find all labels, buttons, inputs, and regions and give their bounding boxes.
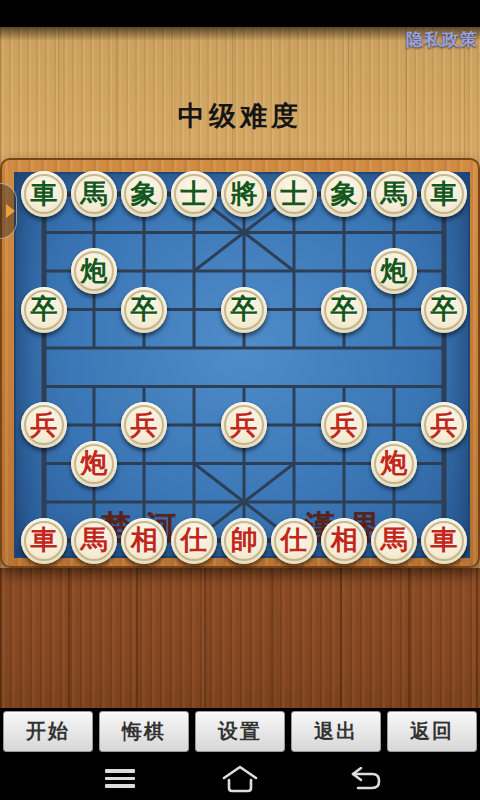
piece-red-車[interactable]: 車 [21,518,67,564]
piece-glyph: 車 [31,526,58,553]
home-icon[interactable] [214,757,266,800]
piece-glyph: 卒 [431,295,458,322]
piece-red-仕[interactable]: 仕 [271,518,317,564]
piece-red-帥[interactable]: 帥 [221,518,267,564]
page-title: 中级难度 [0,96,480,136]
piece-red-仕[interactable]: 仕 [171,518,217,564]
piece-red-相[interactable]: 相 [321,518,367,564]
piece-glyph: 馬 [381,526,408,553]
piece-glyph: 兵 [431,411,458,438]
piece-glyph: 車 [31,180,58,207]
piece-red-兵[interactable]: 兵 [121,402,167,448]
piece-red-相[interactable]: 相 [121,518,167,564]
piece-black-炮[interactable]: 炮 [71,248,117,294]
piece-glyph: 士 [281,180,308,207]
piece-glyph: 兵 [231,411,258,438]
piece-black-象[interactable]: 象 [121,171,167,217]
piece-glyph: 馬 [381,180,408,207]
piece-red-炮[interactable]: 炮 [71,441,117,487]
piece-red-兵[interactable]: 兵 [321,402,367,448]
piece-black-馬[interactable]: 馬 [371,171,417,217]
piece-black-士[interactable]: 士 [171,171,217,217]
piece-glyph: 馬 [81,180,108,207]
piece-black-車[interactable]: 車 [21,171,67,217]
piece-glyph: 炮 [81,257,108,284]
piece-glyph: 士 [181,180,208,207]
piece-glyph: 帥 [231,526,258,553]
piece-black-卒[interactable]: 卒 [21,287,67,333]
piece-red-車[interactable]: 車 [421,518,467,564]
arrow-right-icon [6,204,15,218]
piece-black-卒[interactable]: 卒 [321,287,367,333]
xiangqi-board-frame: 楚河 漢界 車馬象士將士象馬車炮炮卒卒卒卒卒兵兵兵兵兵炮炮車馬相仕帥仕相馬車 [0,158,480,568]
piece-glyph: 炮 [81,449,108,476]
toolbar: 开始 悔棋 设置 退出 返回 [0,711,480,753]
piece-glyph: 將 [231,180,258,207]
status-bar [0,0,480,27]
privacy-policy-link[interactable]: 隐私政策 [406,28,478,51]
piece-glyph: 兵 [131,411,158,438]
piece-black-車[interactable]: 車 [421,171,467,217]
start-button[interactable]: 开始 [3,711,93,752]
android-nav-bar [0,757,480,800]
back-icon[interactable] [340,757,392,800]
menu-icon[interactable] [94,757,146,800]
piece-black-卒[interactable]: 卒 [221,287,267,333]
piece-black-炮[interactable]: 炮 [371,248,417,294]
piece-glyph: 相 [131,526,158,553]
piece-glyph: 車 [431,180,458,207]
app-screen: 隐私政策 中级难度 楚河 漢界 車馬象士將士象馬車炮炮卒卒卒卒卒兵兵兵兵兵炮炮車… [0,0,480,800]
piece-glyph: 卒 [231,295,258,322]
piece-black-象[interactable]: 象 [321,171,367,217]
piece-glyph: 象 [331,180,358,207]
piece-glyph: 炮 [381,449,408,476]
piece-black-馬[interactable]: 馬 [71,171,117,217]
piece-glyph: 炮 [381,257,408,284]
undo-button[interactable]: 悔棋 [99,711,189,752]
piece-red-兵[interactable]: 兵 [421,402,467,448]
piece-glyph: 卒 [331,295,358,322]
settings-button[interactable]: 设置 [195,711,285,752]
drawer-handle[interactable] [0,183,17,239]
piece-red-炮[interactable]: 炮 [371,441,417,487]
piece-red-馬[interactable]: 馬 [371,518,417,564]
board-grid [16,174,472,560]
return-button[interactable]: 返回 [387,711,477,752]
piece-black-將[interactable]: 將 [221,171,267,217]
wood-background-bottom [0,568,480,708]
piece-glyph: 仕 [281,526,308,553]
piece-glyph: 卒 [131,295,158,322]
piece-black-卒[interactable]: 卒 [121,287,167,333]
piece-glyph: 車 [431,526,458,553]
piece-glyph: 兵 [331,411,358,438]
piece-glyph: 象 [131,180,158,207]
piece-black-士[interactable]: 士 [271,171,317,217]
piece-glyph: 卒 [31,295,58,322]
piece-glyph: 兵 [31,411,58,438]
board-field[interactable]: 楚河 漢界 車馬象士將士象馬車炮炮卒卒卒卒卒兵兵兵兵兵炮炮車馬相仕帥仕相馬車 [14,172,470,558]
piece-glyph: 相 [331,526,358,553]
piece-red-兵[interactable]: 兵 [21,402,67,448]
piece-glyph: 馬 [81,526,108,553]
piece-black-卒[interactable]: 卒 [421,287,467,333]
exit-button[interactable]: 退出 [291,711,381,752]
piece-red-馬[interactable]: 馬 [71,518,117,564]
piece-glyph: 仕 [181,526,208,553]
piece-red-兵[interactable]: 兵 [221,402,267,448]
